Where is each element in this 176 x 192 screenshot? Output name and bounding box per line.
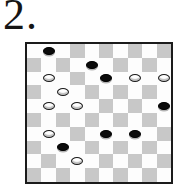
square-40 xyxy=(142,141,156,155)
light-square xyxy=(142,44,156,58)
square-33 xyxy=(99,127,113,141)
light-square xyxy=(157,141,171,155)
square-2 xyxy=(70,44,84,58)
square-23 xyxy=(99,99,113,113)
square-6 xyxy=(27,58,41,72)
light-square xyxy=(56,99,70,113)
light-square xyxy=(142,127,156,141)
square-15 xyxy=(157,72,171,86)
light-square xyxy=(113,127,127,141)
square-9 xyxy=(113,58,127,72)
square-39 xyxy=(113,141,127,155)
square-31 xyxy=(41,127,55,141)
light-square xyxy=(99,58,113,72)
light-square xyxy=(157,113,171,127)
light-square xyxy=(99,85,113,99)
square-46 xyxy=(27,168,41,182)
light-square xyxy=(41,85,55,99)
white-man xyxy=(158,74,170,82)
square-22 xyxy=(70,99,84,113)
black-man xyxy=(158,102,170,110)
black-man xyxy=(100,74,112,82)
square-41 xyxy=(41,154,55,168)
white-man xyxy=(71,102,83,110)
white-man xyxy=(43,102,55,110)
square-45 xyxy=(157,154,171,168)
black-man xyxy=(43,47,55,55)
square-25 xyxy=(157,99,171,113)
square-8 xyxy=(85,58,99,72)
light-square xyxy=(70,168,84,182)
square-3 xyxy=(99,44,113,58)
white-man xyxy=(43,74,55,82)
square-11 xyxy=(41,72,55,86)
light-square xyxy=(27,44,41,58)
light-square xyxy=(142,72,156,86)
light-square xyxy=(128,141,142,155)
square-38 xyxy=(85,141,99,155)
problem-number-label: 2. xyxy=(3,0,38,37)
square-7 xyxy=(56,58,70,72)
light-square xyxy=(27,99,41,113)
light-square xyxy=(41,141,55,155)
square-27 xyxy=(56,113,70,127)
light-square xyxy=(157,85,171,99)
light-square xyxy=(142,99,156,113)
light-square xyxy=(99,168,113,182)
light-square xyxy=(41,113,55,127)
light-square xyxy=(70,58,84,72)
white-man xyxy=(129,74,141,82)
square-26 xyxy=(27,113,41,127)
black-man xyxy=(129,130,141,138)
light-square xyxy=(128,113,142,127)
light-square xyxy=(99,113,113,127)
square-1 xyxy=(41,44,55,58)
square-43 xyxy=(99,154,113,168)
square-14 xyxy=(128,72,142,86)
square-24 xyxy=(128,99,142,113)
page: 2. xyxy=(0,0,176,192)
light-square xyxy=(70,85,84,99)
square-47 xyxy=(56,168,70,182)
draughts-board xyxy=(25,42,173,184)
light-square xyxy=(128,58,142,72)
white-man xyxy=(71,157,83,165)
square-35 xyxy=(157,127,171,141)
light-square xyxy=(56,154,70,168)
square-42 xyxy=(70,154,84,168)
square-48 xyxy=(85,168,99,182)
light-square xyxy=(70,141,84,155)
light-square xyxy=(113,99,127,113)
square-18 xyxy=(85,85,99,99)
square-36 xyxy=(27,141,41,155)
light-square xyxy=(113,154,127,168)
light-square xyxy=(85,99,99,113)
square-50 xyxy=(142,168,156,182)
square-4 xyxy=(128,44,142,58)
square-44 xyxy=(128,154,142,168)
light-square xyxy=(85,72,99,86)
black-man xyxy=(100,130,112,138)
light-square xyxy=(27,154,41,168)
light-square xyxy=(27,127,41,141)
square-34 xyxy=(128,127,142,141)
light-square xyxy=(128,85,142,99)
light-square xyxy=(85,154,99,168)
square-10 xyxy=(142,58,156,72)
white-man xyxy=(57,88,69,96)
light-square xyxy=(70,113,84,127)
light-square xyxy=(56,72,70,86)
light-square xyxy=(27,72,41,86)
square-17 xyxy=(56,85,70,99)
square-28 xyxy=(85,113,99,127)
light-square xyxy=(142,154,156,168)
black-man xyxy=(57,143,69,151)
light-square xyxy=(128,168,142,182)
square-21 xyxy=(41,99,55,113)
light-square xyxy=(41,58,55,72)
square-13 xyxy=(99,72,113,86)
light-square xyxy=(85,44,99,58)
light-square xyxy=(113,72,127,86)
light-square xyxy=(99,141,113,155)
square-29 xyxy=(113,113,127,127)
light-square xyxy=(56,127,70,141)
square-16 xyxy=(27,85,41,99)
square-32 xyxy=(70,127,84,141)
square-30 xyxy=(142,113,156,127)
square-49 xyxy=(113,168,127,182)
white-man xyxy=(43,130,55,138)
light-square xyxy=(41,168,55,182)
light-square xyxy=(56,44,70,58)
light-square xyxy=(157,168,171,182)
light-square xyxy=(157,58,171,72)
square-37 xyxy=(56,141,70,155)
light-square xyxy=(85,127,99,141)
square-5 xyxy=(157,44,171,58)
black-man xyxy=(86,61,98,69)
square-12 xyxy=(70,72,84,86)
square-20 xyxy=(142,85,156,99)
light-square xyxy=(113,44,127,58)
square-19 xyxy=(113,85,127,99)
